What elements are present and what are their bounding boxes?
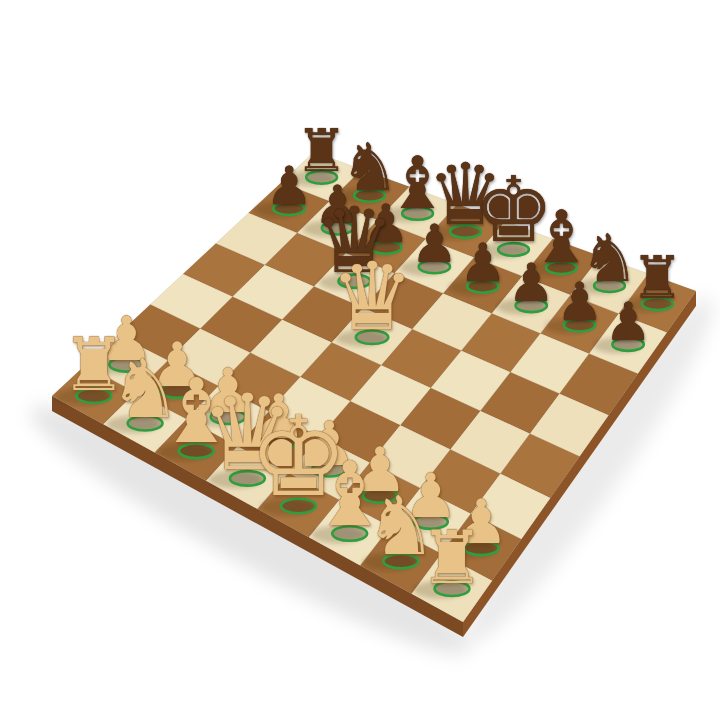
felt-ring-d2: [261, 436, 295, 450]
felt-ring-a2: [109, 357, 143, 371]
felt-ring-d7: [419, 260, 450, 273]
felt-ring-g8: [594, 279, 625, 292]
felt-ring-d8: [450, 225, 481, 238]
felt-ring-a8: [306, 171, 337, 184]
felt-ring-g7: [564, 318, 595, 331]
felt-ring-e1: [281, 499, 316, 514]
felt-ring-g2: [414, 515, 448, 529]
felt-ring-b2: [160, 384, 194, 398]
felt-ring-b8: [354, 189, 385, 202]
felt-ring-h2: [464, 541, 498, 555]
felt-ring-d5: [356, 331, 388, 345]
felt-ring-h7: [612, 338, 643, 351]
felt-ring-e7: [467, 280, 498, 293]
felt-ring-a7: [273, 202, 304, 215]
felt-ring-c6: [338, 275, 370, 288]
felt-ring-c7: [370, 241, 401, 254]
felt-ring-g1: [383, 554, 418, 569]
felt-ring-h1: [435, 581, 470, 596]
felt-ring-c2: [211, 410, 245, 424]
felt-ring-c1: [179, 444, 214, 459]
felt-ring-b1: [128, 416, 163, 431]
felt-ring-f1: [332, 526, 367, 541]
felt-ring-f8: [546, 261, 577, 274]
felt-ring-f7: [516, 299, 547, 312]
chess-board: [0, 0, 720, 720]
felt-ring-h8: [642, 297, 673, 310]
felt-ring-e2: [312, 462, 346, 476]
product-photo-stage: ♜♞♟♝♟♛♟♚♟♝♛♞♟♜♟♟♛♟♟♟♜♟♞♟♝♟♛♟♚♟♝♟♞♜: [0, 0, 720, 720]
felt-ring-b7: [322, 221, 353, 234]
felt-ring-f2: [363, 488, 397, 502]
felt-ring-a1: [77, 388, 112, 403]
felt-ring-d1: [230, 471, 265, 486]
felt-ring-c8: [402, 207, 433, 220]
felt-ring-e8: [498, 243, 529, 256]
